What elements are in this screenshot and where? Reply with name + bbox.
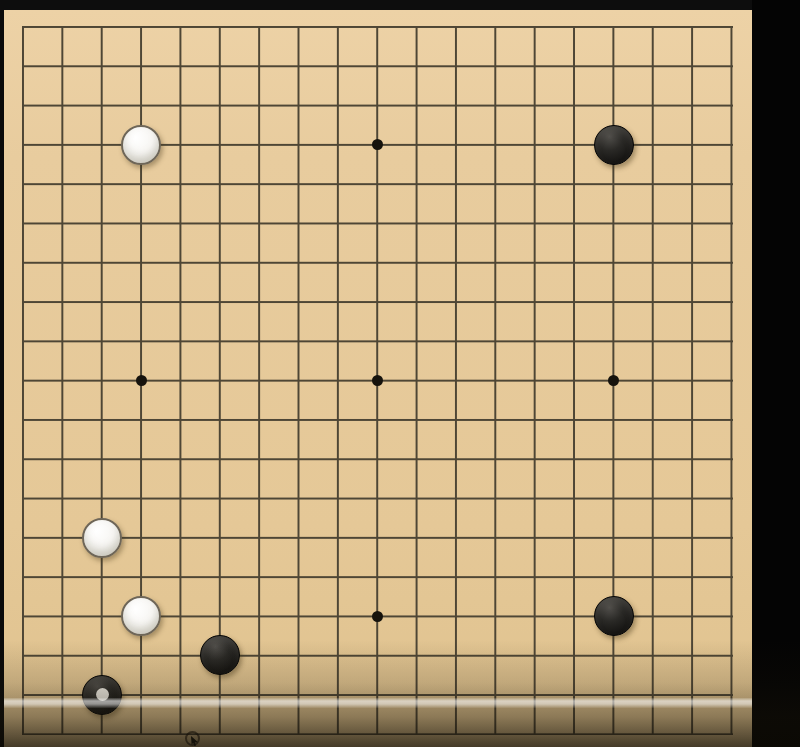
star-point (608, 375, 619, 386)
star-point (372, 139, 383, 150)
white-stone-D4 (121, 596, 161, 636)
go-board (4, 10, 752, 747)
letterbox-right-bar (752, 0, 800, 747)
progress-bar[interactable] (4, 698, 752, 708)
board-intersections (4, 7, 752, 747)
white-stone-C6 (82, 518, 122, 558)
star-point (136, 375, 147, 386)
pointer-arrow-icon (189, 735, 200, 746)
black-stone-Q4 (594, 596, 634, 636)
black-stone-C2 (82, 675, 122, 715)
white-stone-D16 (121, 125, 161, 165)
star-point (372, 375, 383, 386)
star-point (372, 611, 383, 622)
black-stone-Q16 (594, 125, 634, 165)
video-frame (0, 0, 800, 747)
black-stone-F3 (200, 635, 240, 675)
mouse-cursor (185, 731, 200, 746)
